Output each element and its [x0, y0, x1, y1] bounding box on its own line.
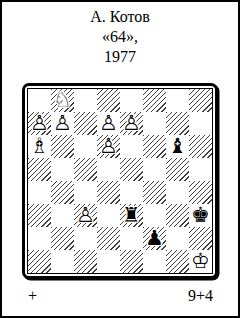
square-a4 — [28, 181, 51, 204]
square-h5 — [189, 158, 212, 181]
author-name: А. Котов — [2, 7, 238, 27]
square-c6 — [74, 135, 97, 158]
piece-black-bishop-icon: ♝♝ — [166, 135, 189, 158]
diagram-header: А. Котов «64», 1977 — [2, 7, 238, 67]
square-e6 — [120, 135, 143, 158]
piece-black-pawn-icon: ♟♟ — [143, 227, 166, 250]
diagram-caption: + 9+4 — [21, 287, 219, 305]
square-e1 — [120, 250, 143, 273]
square-b5 — [51, 158, 74, 181]
piece-white-pawn-icon: ♟♙ — [28, 112, 51, 135]
material-count: 9+4 — [188, 287, 213, 305]
square-e4 — [120, 181, 143, 204]
square-a1 — [28, 250, 51, 273]
square-g2 — [166, 227, 189, 250]
square-c1 — [74, 250, 97, 273]
square-b8: ♞♘ — [51, 89, 74, 112]
square-h7 — [189, 112, 212, 135]
square-d2 — [97, 227, 120, 250]
board-frame: ♞♘♟♙♟♙♟♙♟♙♝♗♟♙♝♝♟♙♜♜♚♚♟♟♚♔ — [22, 83, 218, 279]
square-f6 — [143, 135, 166, 158]
square-h8 — [189, 89, 212, 112]
publication-year: 1977 — [2, 47, 238, 67]
square-d6: ♟♙ — [97, 135, 120, 158]
square-a6: ♝♗ — [28, 135, 51, 158]
square-a8 — [28, 89, 51, 112]
square-a5 — [28, 158, 51, 181]
square-g1 — [166, 250, 189, 273]
square-d1 — [97, 250, 120, 273]
square-h2 — [189, 227, 212, 250]
square-f7 — [143, 112, 166, 135]
square-f2: ♟♟ — [143, 227, 166, 250]
board-inner-frame: ♞♘♟♙♟♙♟♙♟♙♝♗♟♙♝♝♟♙♜♜♚♚♟♟♚♔ — [27, 88, 213, 274]
square-b4 — [51, 181, 74, 204]
stipulation-win-symbol: + — [28, 287, 37, 305]
square-e2 — [120, 227, 143, 250]
square-h1: ♚♔ — [189, 250, 212, 273]
square-h4 — [189, 181, 212, 204]
square-g6: ♝♝ — [166, 135, 189, 158]
square-e7: ♟♙ — [120, 112, 143, 135]
diagram-card: А. Котов «64», 1977 ♞♘♟♙♟♙♟♙♟♙♝♗♟♙♝♝♟♙♜♜… — [0, 0, 240, 318]
square-h6 — [189, 135, 212, 158]
square-f8 — [143, 89, 166, 112]
square-a7: ♟♙ — [28, 112, 51, 135]
square-a2 — [28, 227, 51, 250]
square-g8 — [166, 89, 189, 112]
square-f1 — [143, 250, 166, 273]
square-b3 — [51, 204, 74, 227]
square-b7: ♟♙ — [51, 112, 74, 135]
piece-white-bishop-icon: ♝♗ — [28, 135, 51, 158]
piece-white-knight-icon: ♞♘ — [51, 89, 74, 112]
piece-white-pawn-icon: ♟♙ — [97, 112, 120, 135]
piece-white-pawn-icon: ♟♙ — [97, 135, 120, 158]
square-d5 — [97, 158, 120, 181]
square-d3 — [97, 204, 120, 227]
square-c3: ♟♙ — [74, 204, 97, 227]
square-f3 — [143, 204, 166, 227]
square-e8 — [120, 89, 143, 112]
square-d8 — [97, 89, 120, 112]
square-c5 — [74, 158, 97, 181]
square-a3 — [28, 204, 51, 227]
square-g7 — [166, 112, 189, 135]
square-c7 — [74, 112, 97, 135]
piece-white-pawn-icon: ♟♙ — [74, 204, 97, 227]
piece-black-rook-icon: ♜♜ — [120, 204, 143, 227]
square-g3 — [166, 204, 189, 227]
square-b2 — [51, 227, 74, 250]
square-c2 — [74, 227, 97, 250]
piece-black-king-icon: ♚♚ — [189, 204, 212, 227]
square-h3: ♚♚ — [189, 204, 212, 227]
square-g5 — [166, 158, 189, 181]
square-f5 — [143, 158, 166, 181]
piece-white-pawn-icon: ♟♙ — [51, 112, 74, 135]
square-b1 — [51, 250, 74, 273]
square-b6 — [51, 135, 74, 158]
square-g4 — [166, 181, 189, 204]
piece-white-pawn-icon: ♟♙ — [120, 112, 143, 135]
square-d7: ♟♙ — [97, 112, 120, 135]
square-c8 — [74, 89, 97, 112]
square-e3: ♜♜ — [120, 204, 143, 227]
chess-board: ♞♘♟♙♟♙♟♙♟♙♝♗♟♙♝♝♟♙♜♜♚♚♟♟♚♔ — [28, 89, 212, 273]
source-name: «64», — [2, 27, 238, 47]
square-d4 — [97, 181, 120, 204]
square-c4 — [74, 181, 97, 204]
piece-white-king-icon: ♚♔ — [189, 250, 212, 273]
square-e5 — [120, 158, 143, 181]
square-f4 — [143, 181, 166, 204]
